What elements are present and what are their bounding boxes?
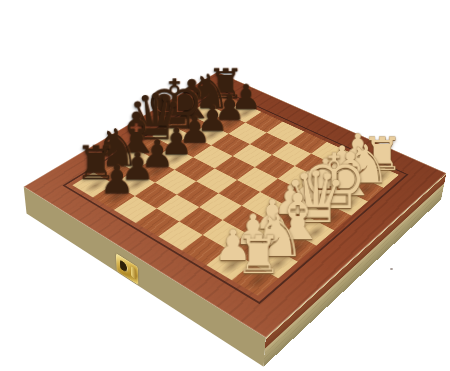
pieces-layer: ♜♞♝♛♚♝♞♜♟♟♟♟♟♟♟♟♟♟♟♟♟♟♟♟♜♞♝♛♚♝♞♜ xyxy=(24,72,446,338)
brass-clasp xyxy=(116,253,138,285)
board-top: ♜♞♝♛♚♝♞♜♟♟♟♟♟♟♟♟♟♟♟♟♟♟♟♟♜♞♝♛♚♝♞♜ xyxy=(24,72,446,338)
board-3d-wrapper: ♜♞♝♛♚♝♞♜♟♟♟♟♟♟♟♟♟♟♟♟♟♟♟♟♜♞♝♛♚♝♞♜ xyxy=(0,0,450,371)
black-pawn-icon: ♟ xyxy=(75,161,157,198)
product-photo-scene: ♜♞♝♛♚♝♞♜♟♟♟♟♟♟♟♟♟♟♟♟♟♟♟♟♜♞♝♛♚♝♞♜ xyxy=(0,0,450,371)
dust-speck xyxy=(390,268,393,270)
chess-box: ♜♞♝♛♚♝♞♜♟♟♟♟♟♟♟♟♟♟♟♟♟♟♟♟♜♞♝♛♚♝♞♜ xyxy=(24,72,446,338)
white-rook-icon: ♜ xyxy=(212,230,304,280)
